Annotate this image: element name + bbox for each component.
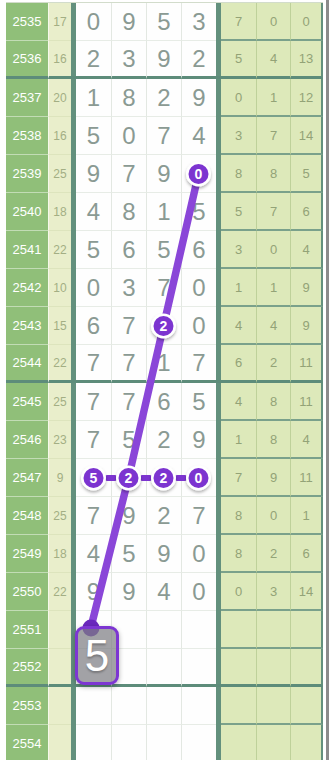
sum-cell: [290, 687, 323, 725]
digit-cell: 9: [76, 573, 111, 611]
sum-cell: 5: [221, 41, 256, 79]
sum-cell: 0: [256, 3, 290, 41]
sum-cell: 8: [221, 535, 256, 573]
digit-cell: 2: [146, 497, 181, 535]
digit-cell: [76, 687, 111, 725]
digit-cell: 3: [181, 3, 216, 41]
sum-cell: 14: [290, 117, 323, 155]
digit-cell: [146, 611, 181, 649]
draw-id-cell: 2539: [6, 155, 48, 193]
sum-cell: [221, 649, 256, 687]
digit-cell: 9: [76, 155, 111, 193]
draw-id-cell: 2535: [6, 3, 48, 41]
draw-id-cell: 2549: [6, 535, 48, 573]
digit-cell: 5: [76, 117, 111, 155]
sum-cell: 0: [221, 79, 256, 117]
digit-cell: 7: [76, 345, 111, 383]
sum-cell: [256, 725, 290, 760]
digit-cell: 1: [146, 345, 181, 383]
stat-cell: 20: [48, 79, 71, 117]
sum-cell: 4: [290, 421, 323, 459]
draw-id-cell: 2537: [6, 79, 48, 117]
digit-cell: 7: [76, 421, 111, 459]
digit-cell: 2: [181, 41, 216, 79]
draw-id-cell: 2541: [6, 231, 48, 269]
sum-cell: [221, 611, 256, 649]
draw-id-cell: 2548: [6, 497, 48, 535]
draw-id-cell: 2553: [6, 687, 48, 725]
sum-cell: 6: [290, 193, 323, 231]
sum-cell: 9: [256, 459, 290, 497]
stat-cell: 18: [48, 193, 71, 231]
digit-cell: 7: [76, 497, 111, 535]
sum-cell: 4: [290, 231, 323, 269]
digit-cell: 5: [146, 231, 181, 269]
digit-cell: 9: [111, 573, 146, 611]
sum-cell: 1: [290, 497, 323, 535]
stat-cell: 22: [48, 573, 71, 611]
digit-cell: 5: [111, 421, 146, 459]
digit-cell: 5: [76, 231, 111, 269]
digit-cell: [111, 725, 146, 760]
stat-cell: 23: [48, 421, 71, 459]
digit-cell: 5: [181, 193, 216, 231]
digit-cell: 4: [181, 117, 216, 155]
digit-cell: 0: [181, 573, 216, 611]
digit-cell: 5: [76, 459, 111, 497]
digit-cell: 9: [146, 155, 181, 193]
digit-cell: [181, 611, 216, 649]
digit-cell: [146, 687, 181, 725]
draw-id-cell: 2542: [6, 269, 48, 307]
sum-cell: [221, 687, 256, 725]
digit-cell: [76, 725, 111, 760]
stat-cell: 25: [48, 383, 71, 421]
sum-cell: 6: [221, 345, 256, 383]
digit-cell: [146, 725, 181, 760]
stat-cell: 18: [48, 535, 71, 573]
stat-cell: 10: [48, 269, 71, 307]
digit-cell: 5: [111, 535, 146, 573]
digit-cell: 0: [181, 307, 216, 345]
digit-cell: 6: [76, 307, 111, 345]
stat-cell: [48, 611, 71, 649]
digit-cell: 0: [76, 269, 111, 307]
sum-cell: [290, 611, 323, 649]
digit-cell: 2: [146, 459, 181, 497]
digit-cell: 7: [111, 155, 146, 193]
digit-cell: 4: [76, 535, 111, 573]
sum-cell: 8: [221, 497, 256, 535]
digit-cell: 7: [146, 117, 181, 155]
digit-cell: 2: [146, 421, 181, 459]
digit-cell: 7: [181, 497, 216, 535]
sum-cell: [290, 725, 323, 760]
digit-cell: 0: [181, 155, 216, 193]
lottery-trend-chart: 2535170953700253616239254132537201829011…: [0, 0, 329, 760]
digit-cell: 6: [146, 383, 181, 421]
digit-cell: 9: [111, 3, 146, 41]
sum-cell: 2: [256, 535, 290, 573]
stat-cell: 16: [48, 41, 71, 79]
sum-cell: 3: [221, 231, 256, 269]
draw-id-cell: 2554: [6, 725, 48, 760]
digit-cell: 0: [76, 3, 111, 41]
digit-cell: 6: [181, 231, 216, 269]
digit-cell: 7: [111, 383, 146, 421]
stat-cell: [48, 687, 71, 725]
sum-cell: [290, 649, 323, 687]
stat-cell: 17: [48, 3, 71, 41]
sum-cell: 7: [256, 117, 290, 155]
digit-cell: 8: [111, 193, 146, 231]
sum-cell: 4: [256, 307, 290, 345]
sum-cell: 4: [221, 307, 256, 345]
draw-id-cell: 2545: [6, 383, 48, 421]
sum-cell: 8: [256, 155, 290, 193]
sum-cell: 9: [290, 269, 323, 307]
sum-cell: 9: [290, 307, 323, 345]
sum-cell: 11: [290, 459, 323, 497]
digit-cell: 9: [146, 41, 181, 79]
digit-cell: 9: [181, 421, 216, 459]
sum-cell: 0: [256, 497, 290, 535]
sum-cell: 11: [290, 345, 323, 383]
draw-id-cell: 2551: [6, 611, 48, 649]
digit-cell: 7: [146, 269, 181, 307]
sum-cell: 8: [256, 383, 290, 421]
draw-id-cell: 2540: [6, 193, 48, 231]
draw-id-cell: 2538: [6, 117, 48, 155]
digit-cell: 5: [181, 383, 216, 421]
digit-cell: 6: [111, 231, 146, 269]
sum-cell: 3: [256, 573, 290, 611]
stat-cell: 16: [48, 117, 71, 155]
sum-cell: 8: [221, 155, 256, 193]
sum-cell: 1: [256, 79, 290, 117]
sum-cell: 0: [221, 573, 256, 611]
digit-cell: 9: [146, 535, 181, 573]
digit-cell: 9: [111, 497, 146, 535]
digit-cell: 4: [146, 573, 181, 611]
digit-cell: 3: [111, 41, 146, 79]
pick-badge-label: 5: [85, 634, 109, 678]
next-draw-pick-badge[interactable]: 5: [75, 626, 119, 685]
draw-id-cell: 2552: [6, 649, 48, 687]
sum-cell: 12: [290, 79, 323, 117]
sum-cell: 7: [221, 459, 256, 497]
draw-id-cell: 2547: [6, 459, 48, 497]
draw-id-cell: 2550: [6, 573, 48, 611]
digit-cell: 0: [111, 117, 146, 155]
digit-cell: 2: [146, 79, 181, 117]
sum-cell: 5: [290, 155, 323, 193]
sum-cell: 7: [221, 3, 256, 41]
stat-cell: [48, 649, 71, 687]
sum-cell: [256, 649, 290, 687]
digit-cell: [181, 649, 216, 687]
stat-cell: [48, 725, 71, 760]
digit-cell: [181, 687, 216, 725]
sum-cell: [221, 725, 256, 760]
sum-cell: [256, 687, 290, 725]
digit-cell: 2: [111, 459, 146, 497]
digit-cell: 3: [111, 269, 146, 307]
sum-cell: [256, 611, 290, 649]
digit-cell: 0: [181, 269, 216, 307]
stat-cell: 25: [48, 497, 71, 535]
digit-cell: 5: [146, 3, 181, 41]
digit-cell: 7: [111, 345, 146, 383]
sum-cell: 13: [290, 41, 323, 79]
sum-cell: 1: [221, 269, 256, 307]
digit-cell: 7: [111, 307, 146, 345]
sum-cell: 2: [256, 345, 290, 383]
sum-cell: 8: [256, 421, 290, 459]
sum-cell: 14: [290, 573, 323, 611]
sum-cell: 4: [256, 41, 290, 79]
sum-cell: 7: [256, 193, 290, 231]
sum-cell: 11: [290, 383, 323, 421]
digit-cell: 7: [181, 345, 216, 383]
draw-history-grid: 2535170953700253616239254132537201829011…: [6, 3, 323, 760]
digit-cell: 0: [181, 535, 216, 573]
draw-id-cell: 2546: [6, 421, 48, 459]
draw-id-cell: 2544: [6, 345, 48, 383]
digit-cell: 1: [146, 193, 181, 231]
draw-id-cell: 2543: [6, 307, 48, 345]
sum-cell: 0: [256, 231, 290, 269]
digit-cell: 1: [76, 79, 111, 117]
sum-cell: 1: [221, 421, 256, 459]
draw-id-cell: 2536: [6, 41, 48, 79]
stat-cell: 22: [48, 345, 71, 383]
digit-cell: 8: [111, 79, 146, 117]
digit-cell: 4: [76, 193, 111, 231]
stat-cell: 9: [48, 459, 71, 497]
sum-cell: 5: [221, 193, 256, 231]
digit-cell: [111, 687, 146, 725]
sum-cell: 1: [256, 269, 290, 307]
stat-cell: 22: [48, 231, 71, 269]
digit-cell: 2: [76, 41, 111, 79]
sum-cell: 3: [221, 117, 256, 155]
digit-cell: 2: [146, 307, 181, 345]
stat-cell: 15: [48, 307, 71, 345]
digit-cell: 7: [76, 383, 111, 421]
sum-cell: 0: [290, 3, 323, 41]
sum-cell: 6: [290, 535, 323, 573]
sum-cell: 4: [221, 383, 256, 421]
digit-cell: 0: [181, 459, 216, 497]
digit-cell: [146, 649, 181, 687]
stat-cell: 25: [48, 155, 71, 193]
digit-cell: 9: [181, 79, 216, 117]
digit-cell: [181, 725, 216, 760]
